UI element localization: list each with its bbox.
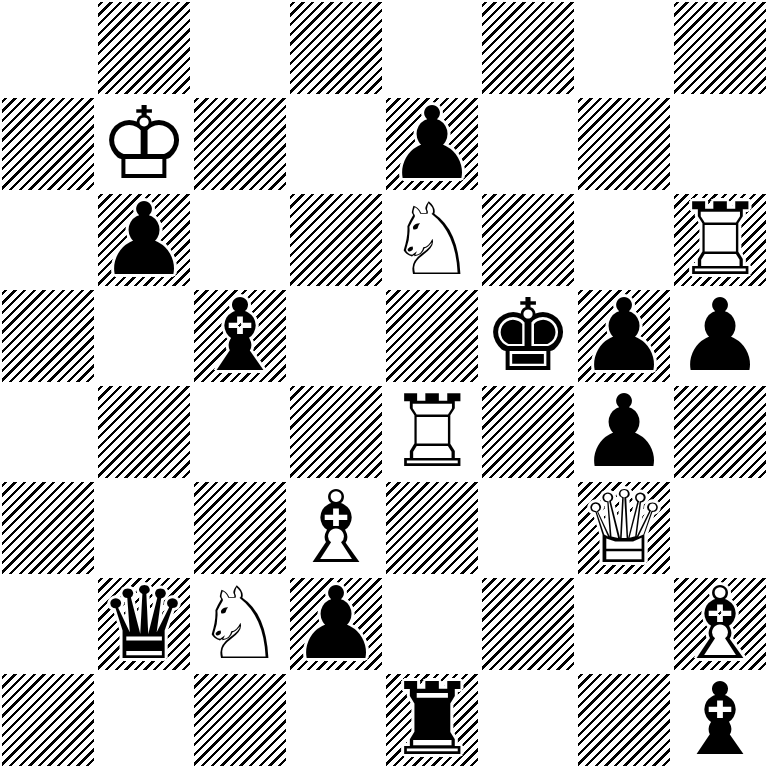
square-h5[interactable]: ♟♟ <box>672 288 768 384</box>
black-pawn[interactable]: ♟ <box>576 384 672 480</box>
square-h8[interactable] <box>672 0 768 96</box>
square-f1[interactable] <box>480 672 576 768</box>
black-bishop[interactable]: ♝ <box>192 288 288 384</box>
square-c4[interactable] <box>192 384 288 480</box>
square-c8[interactable] <box>192 0 288 96</box>
black-rook[interactable]: ♜ <box>384 672 480 768</box>
square-a8[interactable] <box>0 0 96 96</box>
square-h4[interactable] <box>672 384 768 480</box>
square-d8[interactable] <box>288 0 384 96</box>
square-d1[interactable] <box>288 672 384 768</box>
black-pawn[interactable]: ♟ <box>384 96 480 192</box>
white-bishop[interactable]: ♗ <box>288 480 384 576</box>
square-a5[interactable] <box>0 288 96 384</box>
square-a7[interactable] <box>0 96 96 192</box>
white-knight[interactable]: ♘ <box>384 192 480 288</box>
square-g8[interactable] <box>576 0 672 96</box>
square-c5[interactable]: ♝♝ <box>192 288 288 384</box>
square-b8[interactable] <box>96 0 192 96</box>
square-a3[interactable] <box>0 480 96 576</box>
square-d7[interactable] <box>288 96 384 192</box>
square-c3[interactable] <box>192 480 288 576</box>
white-rook[interactable]: ♖ <box>672 192 768 288</box>
square-e4[interactable]: ♜♖ <box>384 384 480 480</box>
square-e2[interactable] <box>384 576 480 672</box>
square-b2[interactable]: ♛♛ <box>96 576 192 672</box>
square-a2[interactable] <box>0 576 96 672</box>
square-h1[interactable]: ♝♝ <box>672 672 768 768</box>
square-g3[interactable]: ♛♕ <box>576 480 672 576</box>
black-pawn[interactable]: ♟ <box>672 288 768 384</box>
square-c2[interactable]: ♞♘ <box>192 576 288 672</box>
square-b5[interactable] <box>96 288 192 384</box>
black-pawn[interactable]: ♟ <box>96 192 192 288</box>
black-pawn[interactable]: ♟ <box>288 576 384 672</box>
square-h7[interactable] <box>672 96 768 192</box>
square-e7[interactable]: ♟♟ <box>384 96 480 192</box>
square-a4[interactable] <box>0 384 96 480</box>
white-knight[interactable]: ♘ <box>192 576 288 672</box>
square-d3[interactable]: ♝♗ <box>288 480 384 576</box>
square-g6[interactable] <box>576 192 672 288</box>
square-g4[interactable]: ♟♟ <box>576 384 672 480</box>
chess-board: ♚♔♟♟♟♟♞♘♜♖♝♝♚♚♟♟♟♟♜♖♟♟♝♗♛♕♛♛♞♘♟♟♝♗♜♜♝♝ <box>0 0 768 768</box>
square-f3[interactable] <box>480 480 576 576</box>
square-e1[interactable]: ♜♜ <box>384 672 480 768</box>
square-b7[interactable]: ♚♔ <box>96 96 192 192</box>
square-b3[interactable] <box>96 480 192 576</box>
square-d6[interactable] <box>288 192 384 288</box>
square-e6[interactable]: ♞♘ <box>384 192 480 288</box>
square-c6[interactable] <box>192 192 288 288</box>
square-h6[interactable]: ♜♖ <box>672 192 768 288</box>
square-b1[interactable] <box>96 672 192 768</box>
square-e5[interactable] <box>384 288 480 384</box>
black-king[interactable]: ♚ <box>480 288 576 384</box>
white-bishop[interactable]: ♗ <box>672 576 768 672</box>
square-d5[interactable] <box>288 288 384 384</box>
white-queen[interactable]: ♕ <box>576 480 672 576</box>
white-rook[interactable]: ♖ <box>384 384 480 480</box>
square-f4[interactable] <box>480 384 576 480</box>
square-g2[interactable] <box>576 576 672 672</box>
square-h2[interactable]: ♝♗ <box>672 576 768 672</box>
white-king[interactable]: ♔ <box>96 96 192 192</box>
square-c1[interactable] <box>192 672 288 768</box>
square-f6[interactable] <box>480 192 576 288</box>
square-h3[interactable] <box>672 480 768 576</box>
square-g5[interactable]: ♟♟ <box>576 288 672 384</box>
square-c7[interactable] <box>192 96 288 192</box>
square-d2[interactable]: ♟♟ <box>288 576 384 672</box>
square-f8[interactable] <box>480 0 576 96</box>
black-queen[interactable]: ♛ <box>96 576 192 672</box>
square-b6[interactable]: ♟♟ <box>96 192 192 288</box>
black-bishop[interactable]: ♝ <box>672 672 768 768</box>
square-a1[interactable] <box>0 672 96 768</box>
black-pawn[interactable]: ♟ <box>576 288 672 384</box>
square-g1[interactable] <box>576 672 672 768</box>
square-e8[interactable] <box>384 0 480 96</box>
square-f2[interactable] <box>480 576 576 672</box>
square-g7[interactable] <box>576 96 672 192</box>
square-b4[interactable] <box>96 384 192 480</box>
square-d4[interactable] <box>288 384 384 480</box>
square-f7[interactable] <box>480 96 576 192</box>
square-e3[interactable] <box>384 480 480 576</box>
square-f5[interactable]: ♚♚ <box>480 288 576 384</box>
square-a6[interactable] <box>0 192 96 288</box>
